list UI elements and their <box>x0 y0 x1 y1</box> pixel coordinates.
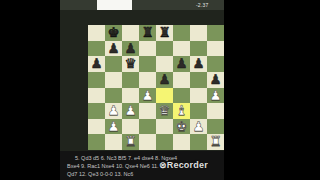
square-d8[interactable]: ♜ <box>139 25 156 41</box>
white-king[interactable]: ♚ <box>175 119 187 135</box>
black-pawn[interactable]: ♟ <box>209 72 221 88</box>
square-g3[interactable] <box>190 103 207 119</box>
black-pawn[interactable]: ♟ <box>175 56 187 72</box>
square-e8[interactable]: ♜ <box>156 25 173 41</box>
square-f4[interactable] <box>173 88 190 104</box>
square-b4[interactable] <box>105 88 122 104</box>
square-h3[interactable] <box>207 103 224 119</box>
square-g5[interactable] <box>190 72 207 88</box>
screen: -2.37 ♚♜♜♟♟♟♛♟♟♟♟♟♟♟♟♛♝♟♚♟♜♜ 5. Qd3 d5 6… <box>0 0 320 180</box>
white-pawn[interactable]: ♟ <box>141 88 153 104</box>
square-b2[interactable]: ♟ <box>105 119 122 135</box>
square-b8[interactable]: ♚ <box>105 25 122 41</box>
square-a6[interactable]: ♟ <box>88 56 105 72</box>
square-e4[interactable] <box>156 88 173 104</box>
square-d5[interactable] <box>139 72 156 88</box>
square-f6[interactable]: ♟ <box>173 56 190 72</box>
white-bishop[interactable]: ♝ <box>175 103 187 119</box>
black-pawn[interactable]: ♟ <box>192 56 204 72</box>
square-g6[interactable]: ♟ <box>190 56 207 72</box>
square-f2[interactable]: ♚ <box>173 119 190 135</box>
square-a3[interactable] <box>88 103 105 119</box>
black-king[interactable]: ♚ <box>107 25 119 41</box>
square-h1[interactable]: ♜ <box>207 134 224 150</box>
square-g4[interactable] <box>190 88 207 104</box>
square-f8[interactable] <box>173 25 190 41</box>
black-rook[interactable]: ♜ <box>158 25 170 41</box>
square-c4[interactable] <box>122 88 139 104</box>
square-b7[interactable]: ♟ <box>105 41 122 57</box>
square-f1[interactable] <box>173 134 190 150</box>
square-d2[interactable] <box>139 119 156 135</box>
eval-score: -2.37 <box>196 1 208 9</box>
white-pawn[interactable]: ♟ <box>107 103 119 119</box>
square-c1[interactable]: ♜ <box>122 134 139 150</box>
square-c3[interactable]: ♟ <box>122 103 139 119</box>
white-pawn[interactable]: ♟ <box>124 103 136 119</box>
recorder-watermark: ⊗Recorder <box>159 160 208 170</box>
move-list-line[interactable]: Qd7 12. Qe3 0-0-0 13. Nc6 <box>60 170 224 178</box>
square-b5[interactable] <box>105 72 122 88</box>
black-queen[interactable]: ♛ <box>124 56 136 72</box>
square-b6[interactable] <box>105 56 122 72</box>
white-queen[interactable]: ♛ <box>158 103 170 119</box>
black-pawn[interactable]: ♟ <box>124 41 136 57</box>
white-pawn[interactable]: ♟ <box>209 88 221 104</box>
square-h8[interactable] <box>207 25 224 41</box>
square-c8[interactable] <box>122 25 139 41</box>
square-h5[interactable]: ♟ <box>207 72 224 88</box>
square-h2[interactable] <box>207 119 224 135</box>
square-c6[interactable]: ♛ <box>122 56 139 72</box>
square-c2[interactable] <box>122 119 139 135</box>
square-e5[interactable]: ♟ <box>156 72 173 88</box>
black-pawn[interactable]: ♟ <box>158 72 170 88</box>
white-rook[interactable]: ♜ <box>124 134 136 150</box>
chess-board[interactable]: ♚♜♜♟♟♟♛♟♟♟♟♟♟♟♟♛♝♟♚♟♜♜ <box>88 25 224 150</box>
square-h7[interactable] <box>207 41 224 57</box>
square-d1[interactable] <box>139 134 156 150</box>
square-e7[interactable] <box>156 41 173 57</box>
square-a7[interactable] <box>88 41 105 57</box>
square-h6[interactable] <box>207 56 224 72</box>
black-pawn[interactable]: ♟ <box>107 41 119 57</box>
square-a4[interactable] <box>88 88 105 104</box>
black-pawn[interactable]: ♟ <box>90 56 102 72</box>
square-b3[interactable]: ♟ <box>105 103 122 119</box>
square-g1[interactable] <box>190 134 207 150</box>
square-e3[interactable]: ♛ <box>156 103 173 119</box>
white-pawn[interactable]: ♟ <box>192 119 204 135</box>
square-h4[interactable]: ♟ <box>207 88 224 104</box>
square-e2[interactable] <box>156 119 173 135</box>
eval-bar-white-segment <box>97 0 132 10</box>
square-g8[interactable] <box>190 25 207 41</box>
square-f3[interactable]: ♝ <box>173 103 190 119</box>
square-d3[interactable] <box>139 103 156 119</box>
square-g7[interactable] <box>190 41 207 57</box>
square-f5[interactable] <box>173 72 190 88</box>
square-e1[interactable] <box>156 134 173 150</box>
square-e6[interactable] <box>156 56 173 72</box>
square-b1[interactable] <box>105 134 122 150</box>
square-g2[interactable]: ♟ <box>190 119 207 135</box>
square-d6[interactable] <box>139 56 156 72</box>
square-f7[interactable] <box>173 41 190 57</box>
white-pawn[interactable]: ♟ <box>107 119 119 135</box>
square-a1[interactable] <box>88 134 105 150</box>
square-c7[interactable]: ♟ <box>122 41 139 57</box>
square-a5[interactable] <box>88 72 105 88</box>
black-rook[interactable]: ♜ <box>141 25 153 41</box>
eval-bar: -2.37 <box>60 0 224 10</box>
square-a2[interactable] <box>88 119 105 135</box>
square-a8[interactable] <box>88 25 105 41</box>
white-rook[interactable]: ♜ <box>209 134 221 150</box>
square-d7[interactable] <box>139 41 156 57</box>
square-d4[interactable]: ♟ <box>139 88 156 104</box>
square-c5[interactable] <box>122 72 139 88</box>
